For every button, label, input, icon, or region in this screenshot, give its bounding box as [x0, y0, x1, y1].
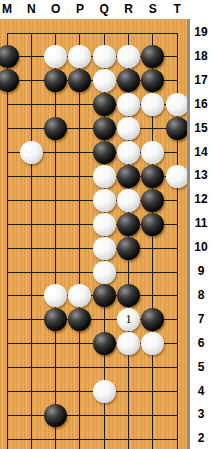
stone-white — [44, 284, 67, 307]
stone-white — [117, 93, 140, 116]
stone-white — [93, 213, 116, 236]
stone-white — [93, 69, 116, 92]
stone-white — [141, 141, 164, 164]
column-label: R — [117, 2, 141, 16]
stone-black — [117, 213, 140, 236]
row-label: 14 — [190, 145, 212, 159]
stone-black — [68, 308, 91, 331]
row-label: 11 — [190, 216, 212, 230]
stone-white — [117, 45, 140, 68]
grid-line-horizontal — [7, 415, 178, 416]
grid-line-vertical — [55, 33, 56, 449]
row-label: 3 — [190, 407, 212, 421]
stone-black — [93, 141, 116, 164]
row-labels: 1918171615141312111098765432 — [190, 0, 212, 449]
stone-white — [93, 261, 116, 284]
grid-line-vertical — [31, 33, 32, 449]
stone-black — [0, 69, 19, 92]
stone-white — [44, 45, 67, 68]
stone-black — [141, 69, 164, 92]
stone-black — [141, 45, 164, 68]
stone-white — [117, 141, 140, 164]
go-board: 1 — [0, 19, 187, 449]
column-label: T — [165, 2, 189, 16]
stone-white — [117, 189, 140, 212]
row-label: 7 — [190, 312, 212, 326]
stone-black — [117, 69, 140, 92]
stone-black — [141, 165, 164, 188]
stone-black — [44, 308, 67, 331]
stone-white — [93, 189, 116, 212]
grid-line-horizontal — [7, 33, 178, 34]
row-label: 12 — [190, 192, 212, 206]
stone-white — [117, 117, 140, 140]
column-labels: MNOPQRST — [0, 0, 212, 19]
column-label: Q — [92, 2, 116, 16]
row-label: 2 — [190, 431, 212, 445]
stone-black — [141, 308, 164, 331]
stone-black — [117, 237, 140, 260]
row-label: 19 — [190, 25, 212, 39]
row-label: 17 — [190, 73, 212, 87]
row-label: 15 — [190, 121, 212, 135]
stone-white — [141, 332, 164, 355]
stone-black — [141, 213, 164, 236]
row-label: 18 — [190, 49, 212, 63]
grid-line-horizontal — [7, 295, 178, 296]
row-label: 16 — [190, 97, 212, 111]
row-label: 10 — [190, 240, 212, 254]
move-number-label: 1 — [117, 308, 140, 331]
stone-black — [44, 69, 67, 92]
row-label: 5 — [190, 360, 212, 374]
stone-black — [117, 165, 140, 188]
column-label: M — [0, 2, 19, 16]
column-label: O — [44, 2, 68, 16]
stone-white — [117, 332, 140, 355]
stone-white — [93, 45, 116, 68]
stone-black — [44, 117, 67, 140]
stone-white — [166, 93, 189, 116]
column-label: N — [19, 2, 43, 16]
stone-white — [20, 141, 43, 164]
row-label: 4 — [190, 384, 212, 398]
stone-white — [141, 93, 164, 116]
stone-black — [44, 404, 67, 427]
stone-black — [166, 117, 189, 140]
grid-line-horizontal — [7, 439, 178, 440]
stone-black — [93, 93, 116, 116]
go-diagram: MNOPQRST 1 1918171615141312111098765432 — [0, 0, 212, 449]
grid-line-horizontal — [7, 367, 178, 368]
stone-black — [68, 69, 91, 92]
stone-black — [93, 284, 116, 307]
grid-line-vertical — [7, 33, 8, 449]
column-label: P — [68, 2, 92, 16]
column-label: S — [141, 2, 165, 16]
stone-white — [166, 165, 189, 188]
stone-white — [68, 45, 91, 68]
stone-white — [68, 284, 91, 307]
row-label: 9 — [190, 264, 212, 278]
grid-line-vertical — [79, 33, 80, 449]
stone-white — [93, 165, 116, 188]
stone-black — [93, 117, 116, 140]
stone-white — [93, 380, 116, 403]
stone-black — [141, 189, 164, 212]
row-label: 6 — [190, 336, 212, 350]
row-label: 8 — [190, 288, 212, 302]
stone-black — [117, 284, 140, 307]
stone-white — [93, 237, 116, 260]
row-label: 13 — [190, 168, 212, 182]
stone-black — [93, 332, 116, 355]
stone-black — [0, 45, 19, 68]
